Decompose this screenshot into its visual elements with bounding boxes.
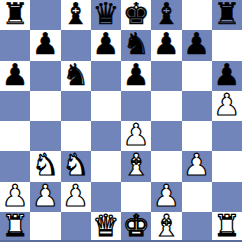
square-e1[interactable]: ♚ [121,212,151,242]
piece-black-knight[interactable]: ♞ [62,61,89,90]
square-d5[interactable] [91,91,121,121]
square-h6[interactable]: ♟ [212,61,242,91]
square-e7[interactable]: ♞ [121,30,151,60]
square-c4[interactable] [61,121,91,151]
square-f6[interactable] [151,61,181,91]
square-a5[interactable] [0,91,30,121]
square-a8[interactable]: ♜ [0,0,30,30]
square-a7[interactable] [0,30,30,60]
square-g4[interactable] [182,121,212,151]
piece-white-knight[interactable]: ♞ [62,151,89,180]
square-d1[interactable]: ♛ [91,212,121,242]
piece-white-pawn[interactable]: ♟ [123,121,150,150]
square-e6[interactable]: ♟ [121,61,151,91]
piece-white-queen[interactable]: ♛ [92,212,119,241]
square-a4[interactable] [0,121,30,151]
square-a3[interactable] [0,151,30,181]
piece-white-pawn[interactable]: ♟ [213,91,240,120]
piece-white-rook[interactable]: ♜ [213,212,240,241]
square-d6[interactable] [91,61,121,91]
piece-white-rook[interactable]: ♜ [2,212,29,241]
square-g1[interactable] [182,212,212,242]
square-h4[interactable] [212,121,242,151]
piece-black-king[interactable]: ♚ [123,0,150,29]
square-e5[interactable] [121,91,151,121]
piece-black-rook[interactable]: ♜ [2,0,29,29]
square-h8[interactable]: ♜ [212,0,242,30]
square-d8[interactable]: ♛ [91,0,121,30]
square-d3[interactable] [91,151,121,181]
square-a2[interactable]: ♟ [0,182,30,212]
square-f8[interactable]: ♝ [151,0,181,30]
piece-white-bishop[interactable]: ♝ [153,212,180,241]
square-d2[interactable] [91,182,121,212]
square-c2[interactable]: ♟ [61,182,91,212]
piece-black-pawn[interactable]: ♟ [153,30,180,59]
square-h7[interactable] [212,30,242,60]
square-b8[interactable] [30,0,60,30]
square-c3[interactable]: ♞ [61,151,91,181]
piece-white-pawn[interactable]: ♟ [62,182,89,211]
piece-black-bishop[interactable]: ♝ [153,0,180,29]
square-b2[interactable]: ♟ [30,182,60,212]
square-g6[interactable] [182,61,212,91]
piece-black-pawn[interactable]: ♟ [32,30,59,59]
square-f2[interactable]: ♟ [151,182,181,212]
square-b3[interactable]: ♞ [30,151,60,181]
square-g3[interactable]: ♟ [182,151,212,181]
piece-black-pawn[interactable]: ♟ [183,30,210,59]
square-b7[interactable]: ♟ [30,30,60,60]
square-c1[interactable] [61,212,91,242]
piece-white-pawn[interactable]: ♟ [153,182,180,211]
square-h5[interactable]: ♟ [212,91,242,121]
square-g8[interactable] [182,0,212,30]
square-d4[interactable] [91,121,121,151]
square-g2[interactable] [182,182,212,212]
piece-black-pawn[interactable]: ♟ [92,30,119,59]
square-a6[interactable]: ♟ [0,61,30,91]
square-h2[interactable] [212,182,242,212]
square-e3[interactable]: ♝ [121,151,151,181]
square-c5[interactable] [61,91,91,121]
square-f3[interactable] [151,151,181,181]
square-b6[interactable] [30,61,60,91]
piece-black-bishop[interactable]: ♝ [62,0,89,29]
square-f1[interactable]: ♝ [151,212,181,242]
square-b1[interactable] [30,212,60,242]
square-b5[interactable] [30,91,60,121]
piece-black-queen[interactable]: ♛ [92,0,119,29]
square-f4[interactable] [151,121,181,151]
square-g5[interactable] [182,91,212,121]
piece-black-pawn[interactable]: ♟ [213,61,240,90]
piece-black-knight[interactable]: ♞ [123,30,150,59]
piece-black-pawn[interactable]: ♟ [123,61,150,90]
piece-white-bishop[interactable]: ♝ [123,151,150,180]
square-d7[interactable]: ♟ [91,30,121,60]
square-a1[interactable]: ♜ [0,212,30,242]
piece-white-pawn[interactable]: ♟ [183,151,210,180]
square-e2[interactable] [121,182,151,212]
square-b4[interactable] [30,121,60,151]
chess-board-grid: ♜♝♛♚♝♜♟♟♞♟♟♟♞♟♟♟♟♞♞♝♟♟♟♟♟♜♛♚♝♜ [0,0,242,242]
square-f5[interactable] [151,91,181,121]
square-c6[interactable]: ♞ [61,61,91,91]
square-f7[interactable]: ♟ [151,30,181,60]
square-g7[interactable]: ♟ [182,30,212,60]
piece-white-knight[interactable]: ♞ [32,151,59,180]
square-h1[interactable]: ♜ [212,212,242,242]
square-e8[interactable]: ♚ [121,0,151,30]
piece-black-rook[interactable]: ♜ [213,0,240,29]
piece-black-pawn[interactable]: ♟ [2,61,29,90]
square-c8[interactable]: ♝ [61,0,91,30]
piece-white-pawn[interactable]: ♟ [2,182,29,211]
square-h3[interactable] [212,151,242,181]
square-c7[interactable] [61,30,91,60]
piece-white-pawn[interactable]: ♟ [32,182,59,211]
piece-white-king[interactable]: ♚ [123,212,150,241]
square-e4[interactable]: ♟ [121,121,151,151]
chess-board: ♜♝♛♚♝♜♟♟♞♟♟♟♞♟♟♟♟♞♞♝♟♟♟♟♟♜♛♚♝♜ [0,0,242,242]
